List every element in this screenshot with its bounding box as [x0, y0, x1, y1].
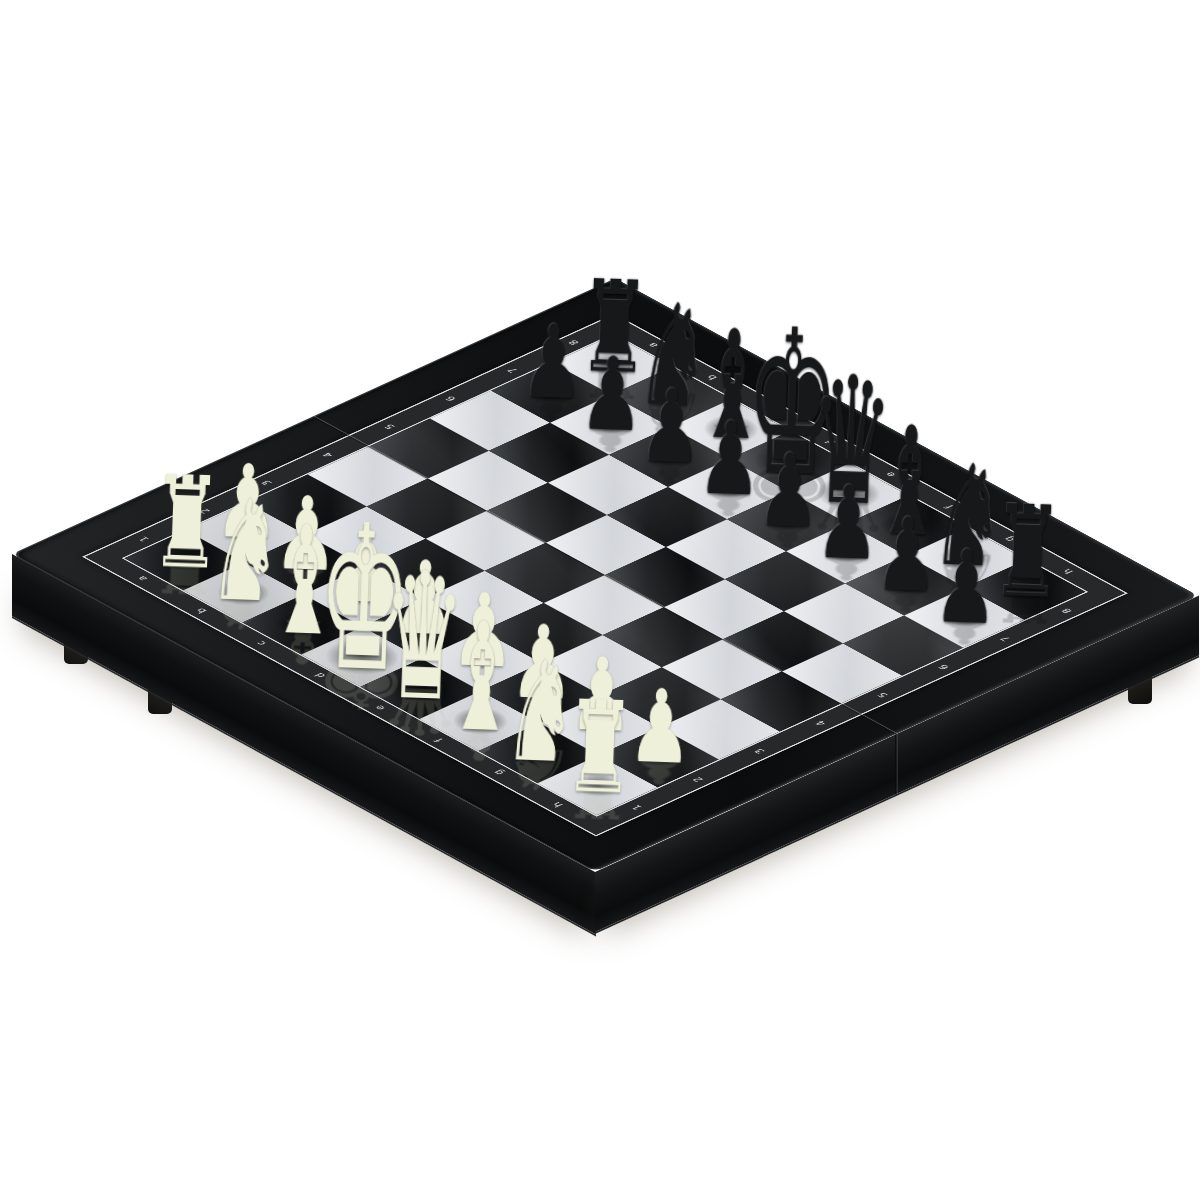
- square-b8[interactable]: [611, 367, 731, 427]
- square-e6[interactable]: [666, 519, 786, 579]
- square-b5[interactable]: [428, 451, 548, 511]
- piece-shadow: [692, 410, 768, 448]
- square-c7[interactable]: [609, 427, 729, 487]
- piece-glyph: ♟: [814, 472, 881, 575]
- square-d7[interactable]: [668, 459, 788, 519]
- piece-glyph: ♟: [637, 375, 704, 478]
- rank-label-4: 4: [320, 451, 335, 458]
- square-b7[interactable]: [550, 395, 670, 455]
- square-b6[interactable]: [489, 423, 609, 483]
- piece-reflection: ♝: [695, 415, 764, 477]
- piece-reflection: ♚: [741, 442, 837, 525]
- file-label-b: b: [704, 374, 719, 381]
- square-d5[interactable]: [546, 515, 666, 575]
- piece-shadow: [585, 412, 636, 438]
- square-a7[interactable]: [491, 363, 611, 423]
- file-label-h: h: [1060, 568, 1075, 575]
- product-photo: abcdefgh abcdefgh 12345678 12345678 ♜♜♞♞…: [0, 0, 1200, 1200]
- square-d8[interactable]: [729, 431, 849, 491]
- piece-glyph: ♟: [519, 311, 586, 414]
- rank-label-7: 7: [505, 367, 520, 374]
- piece-glyph: ♟: [696, 408, 763, 511]
- square-e7[interactable]: [727, 491, 847, 551]
- board-tilt: abcdefgh abcdefgh 12345678 12345678 ♜♜♞♞…: [0, 0, 1200, 1200]
- file-label-f: f: [943, 504, 956, 510]
- file-label-c: c: [764, 406, 778, 413]
- square-a5[interactable]: [369, 419, 489, 479]
- piece-reflection: ♟: [755, 511, 820, 554]
- chess-board: abcdefgh abcdefgh 12345678 12345678 ♜♜♞♞…: [11, 278, 1198, 872]
- rank-label-8: 8: [566, 339, 581, 346]
- square-c8[interactable]: [670, 399, 790, 459]
- file-label-a: a: [645, 342, 660, 349]
- piece-shadow: [526, 380, 577, 406]
- rank-label-5: 5: [382, 423, 397, 430]
- piece-shadow: [821, 541, 872, 567]
- piece-shadow: [762, 508, 813, 534]
- piece-shadow: [636, 379, 707, 415]
- piece-reflection: ♟: [814, 543, 879, 586]
- piece-glyph: ♞: [634, 285, 712, 427]
- piece-reflection: ♟: [696, 479, 761, 522]
- piece-reflection: ♞: [633, 383, 708, 442]
- piece-glyph: ♟: [755, 440, 822, 543]
- piece-glyph: ♝: [696, 309, 768, 461]
- piece-shadow: [644, 444, 695, 470]
- square-d6[interactable]: [607, 487, 727, 547]
- piece-shadow: [703, 476, 754, 502]
- square-c6[interactable]: [548, 455, 668, 515]
- piece-glyph: ♜: [576, 264, 650, 392]
- piece-reflection: ♟: [636, 447, 701, 490]
- rank-label-1: 1: [136, 535, 151, 542]
- piece-shadow: [739, 436, 841, 487]
- rank-label-6: 6: [443, 395, 458, 402]
- file-label-d: d: [823, 438, 838, 445]
- pieces-layer: ♜♜♞♞♝♝♚♚♛♛♝♝♞♞♜♜♟♟♟♟♟♟♟♟♟♟♟♟♟♟♟♟♟♟♟♟♟♟♟♟…: [11, 278, 1198, 872]
- piece-reflection: ♜: [576, 352, 648, 405]
- piece-reflection: ♟: [518, 383, 583, 426]
- file-label-e: e: [882, 471, 897, 478]
- square-a6[interactable]: [430, 391, 550, 451]
- piece-reflection: ♟: [577, 415, 642, 458]
- piece-shadow: [580, 349, 644, 381]
- square-a8[interactable]: [552, 335, 672, 395]
- square-c5[interactable]: [487, 483, 607, 543]
- piece-glyph: ♚: [741, 302, 841, 505]
- piece-glyph: ♟: [578, 343, 645, 446]
